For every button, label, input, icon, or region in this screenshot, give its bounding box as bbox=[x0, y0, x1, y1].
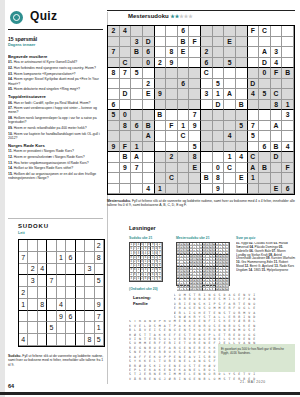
cell bbox=[178, 89, 190, 100]
cell: 1 bbox=[178, 121, 190, 132]
cell: 8 bbox=[189, 152, 201, 163]
cell bbox=[47, 264, 56, 276]
cell bbox=[248, 37, 260, 48]
cell bbox=[236, 26, 248, 37]
cell bbox=[282, 58, 294, 69]
cell bbox=[282, 47, 294, 58]
cell bbox=[85, 311, 94, 323]
cell bbox=[19, 264, 28, 276]
top-rule bbox=[107, 10, 295, 11]
wordsearch-label: (Ordsøket uke 20) bbox=[129, 287, 158, 291]
cell: 9 bbox=[95, 299, 104, 311]
cell bbox=[282, 79, 294, 90]
quiz-question: 02. Hun forbindes med sjangrene roots og… bbox=[8, 66, 104, 70]
cell: 7 bbox=[19, 252, 28, 264]
cell bbox=[166, 100, 178, 111]
cell bbox=[178, 110, 190, 121]
cell: C bbox=[271, 89, 283, 100]
cell: C bbox=[248, 152, 260, 163]
cell bbox=[178, 184, 190, 195]
cell bbox=[108, 79, 120, 90]
cell bbox=[108, 37, 120, 48]
cell: 2 bbox=[166, 152, 178, 163]
cell: 8 bbox=[120, 121, 132, 132]
cell bbox=[66, 264, 75, 276]
sudoku-difficulty: Lett bbox=[18, 231, 25, 235]
cell: 3 bbox=[85, 264, 94, 276]
cell bbox=[213, 47, 225, 58]
answer-number: 06. bbox=[249, 249, 254, 253]
cell: 4 bbox=[57, 299, 66, 311]
cell bbox=[57, 287, 66, 299]
cell bbox=[271, 79, 283, 90]
cell bbox=[201, 184, 213, 195]
cell bbox=[213, 142, 225, 153]
cell: 8 bbox=[213, 173, 225, 184]
question-number: 05. bbox=[8, 87, 14, 91]
cell bbox=[166, 79, 178, 90]
prize-box: Et gavekort på 500 kr hos Norli går til … bbox=[218, 344, 295, 372]
quiz-subtitle: Dagens temaer bbox=[8, 43, 35, 47]
answer-number: 01. bbox=[236, 242, 241, 245]
cell: 4 bbox=[282, 142, 294, 153]
cell bbox=[201, 37, 213, 48]
cell bbox=[248, 100, 260, 111]
cell bbox=[143, 142, 155, 153]
cell bbox=[120, 184, 132, 195]
cell bbox=[271, 26, 283, 37]
cell: D bbox=[248, 79, 260, 90]
cell bbox=[57, 275, 66, 287]
cell: 6 bbox=[259, 142, 271, 153]
cell: C bbox=[120, 58, 132, 69]
cell: 4 bbox=[248, 89, 260, 100]
mestersudoku-heading-label: Mestersudoku bbox=[128, 13, 169, 19]
cell bbox=[143, 110, 155, 121]
cell bbox=[259, 37, 271, 48]
cell bbox=[213, 58, 225, 69]
solution-sudoku-grid: 5346789126721953481983425678597614234268… bbox=[129, 242, 163, 282]
mestersudoku-caption-text: Fyll ut feltene slik at de vannrette og … bbox=[107, 199, 295, 207]
cell bbox=[213, 68, 225, 79]
cell: A bbox=[224, 89, 236, 100]
cell bbox=[213, 131, 225, 142]
cell bbox=[166, 142, 178, 153]
cell bbox=[85, 287, 94, 299]
cell bbox=[178, 58, 190, 69]
cell bbox=[271, 163, 283, 174]
cell: C bbox=[178, 131, 190, 142]
wordsearch-row: VÅRRENGJØRINGENBLOMSTERBED bbox=[129, 377, 296, 381]
cell bbox=[155, 79, 167, 90]
cell bbox=[38, 275, 47, 287]
solution-word: Familie bbox=[133, 301, 174, 306]
cell bbox=[155, 121, 167, 132]
cell: B bbox=[143, 121, 155, 132]
question-number: 01. bbox=[8, 60, 14, 64]
cell bbox=[166, 68, 178, 79]
cell bbox=[248, 47, 260, 58]
quiz-question: 11. Hvem er president i Norges Røde Kors… bbox=[8, 149, 104, 153]
cell: 2 bbox=[95, 240, 104, 252]
cell bbox=[76, 299, 85, 311]
cell: C bbox=[259, 26, 271, 37]
cell bbox=[178, 152, 190, 163]
cell bbox=[131, 79, 143, 90]
cell: 9 bbox=[120, 163, 132, 174]
cell bbox=[201, 131, 213, 142]
cell bbox=[282, 89, 294, 100]
cell: 6 bbox=[66, 311, 75, 323]
cell bbox=[57, 334, 66, 346]
quiz-question: 13. Hva heter ungdomsorganisasjonen til … bbox=[8, 161, 104, 165]
cell bbox=[189, 26, 201, 37]
quiz-question: 04. Hvem synger Sissel Kyrkjebø duett me… bbox=[8, 77, 104, 85]
cell bbox=[224, 142, 236, 153]
cell bbox=[131, 131, 143, 142]
cell: B bbox=[155, 110, 167, 121]
cell: 0 bbox=[120, 110, 132, 121]
cell: E bbox=[178, 47, 190, 58]
cell bbox=[259, 79, 271, 90]
cell bbox=[201, 121, 213, 132]
question-number: 10. bbox=[8, 132, 14, 136]
cell: E bbox=[224, 37, 236, 48]
cell bbox=[166, 89, 178, 100]
cell bbox=[76, 322, 85, 334]
cell bbox=[28, 240, 37, 252]
cell bbox=[155, 173, 167, 184]
cell bbox=[259, 121, 271, 132]
cell: 9 bbox=[189, 121, 201, 132]
cell: 2 bbox=[143, 79, 155, 90]
cell bbox=[236, 47, 248, 58]
cell bbox=[248, 58, 260, 69]
cell: 7 bbox=[189, 110, 201, 121]
cell bbox=[166, 26, 178, 37]
cell bbox=[95, 287, 104, 299]
cell: D bbox=[120, 89, 132, 100]
question-number: 15. bbox=[8, 172, 14, 176]
cell bbox=[19, 322, 28, 334]
cell: 1 bbox=[248, 173, 260, 184]
cell bbox=[143, 163, 155, 174]
cell: 8 bbox=[271, 100, 283, 111]
cell: 0 bbox=[259, 68, 271, 79]
cell: B bbox=[120, 152, 132, 163]
cell bbox=[155, 131, 167, 142]
cell bbox=[213, 37, 225, 48]
cell bbox=[38, 334, 47, 346]
quiz-section-title: Toppidrettsutøvere bbox=[8, 94, 104, 99]
cell bbox=[224, 68, 236, 79]
cell bbox=[108, 152, 120, 163]
cell: 5 bbox=[95, 334, 104, 346]
cell bbox=[224, 26, 236, 37]
cell bbox=[120, 79, 132, 90]
cell bbox=[19, 311, 28, 323]
cell: E bbox=[271, 184, 283, 195]
cell bbox=[38, 322, 47, 334]
quiz-question: 09. Hvem er norsk rekordholder på 400 me… bbox=[8, 126, 104, 130]
cell bbox=[259, 100, 271, 111]
cell: 9 bbox=[155, 89, 167, 100]
cell: B bbox=[236, 100, 248, 111]
cell: 6 bbox=[108, 100, 120, 111]
cell bbox=[178, 68, 190, 79]
cell bbox=[224, 100, 236, 111]
cell bbox=[47, 299, 56, 311]
cell: B bbox=[282, 68, 294, 79]
cell: 2 bbox=[108, 26, 120, 37]
cell bbox=[189, 131, 201, 142]
cell: 5 bbox=[259, 89, 271, 100]
cell bbox=[28, 299, 37, 311]
cell: 5 bbox=[95, 275, 104, 287]
cell bbox=[57, 322, 66, 334]
cell: 0 bbox=[143, 58, 155, 69]
cell: 4 bbox=[143, 184, 155, 195]
cell bbox=[85, 252, 94, 264]
cell: 7 bbox=[120, 68, 132, 79]
cell bbox=[120, 47, 132, 58]
cell bbox=[236, 142, 248, 153]
cell bbox=[120, 173, 132, 184]
cell: 3 bbox=[131, 37, 143, 48]
cell bbox=[131, 26, 143, 37]
quiz-question-count: 15 spørsmål bbox=[8, 36, 37, 42]
cell bbox=[66, 322, 75, 334]
cell bbox=[131, 173, 143, 184]
cell: 2 bbox=[201, 47, 213, 58]
cell: 8 bbox=[95, 252, 104, 264]
cell bbox=[155, 37, 167, 48]
cell bbox=[166, 184, 178, 195]
cell: B bbox=[259, 163, 271, 174]
difficulty-stars: ★★★★★ bbox=[170, 13, 192, 19]
cell bbox=[166, 110, 178, 121]
quiz-question: 07. Hvem vant verdenscupen i hopp sist v… bbox=[8, 106, 104, 114]
cell bbox=[38, 252, 47, 264]
cell bbox=[19, 240, 28, 252]
cell bbox=[213, 26, 225, 37]
cell: 7 bbox=[248, 121, 260, 132]
cell: 4 bbox=[38, 264, 47, 276]
cell: A bbox=[131, 152, 143, 163]
cell: 9 bbox=[108, 142, 120, 153]
cell: 9 bbox=[158, 277, 162, 281]
quiz-question: 05. Hvem debuterte med singelen «Ring me… bbox=[8, 87, 104, 91]
cell bbox=[189, 58, 201, 69]
cell bbox=[76, 334, 85, 346]
cell: 5 bbox=[213, 79, 225, 90]
cell: 6 bbox=[178, 79, 190, 90]
cell: 7 bbox=[95, 311, 104, 323]
cell bbox=[155, 68, 167, 79]
cell bbox=[155, 152, 167, 163]
cell: 1 bbox=[57, 252, 66, 264]
cell bbox=[189, 173, 201, 184]
cell bbox=[66, 287, 75, 299]
star-icon: ★ bbox=[188, 13, 192, 19]
question-number: 11. bbox=[8, 149, 13, 153]
cell bbox=[189, 68, 201, 79]
date-text: 21. MAI 2020 bbox=[240, 380, 266, 384]
cell bbox=[155, 142, 167, 153]
cell: 4 bbox=[271, 58, 283, 69]
cell: D bbox=[271, 152, 283, 163]
cell bbox=[236, 79, 248, 90]
cell: 5 bbox=[131, 68, 143, 79]
cell bbox=[224, 79, 236, 90]
cell bbox=[108, 184, 120, 195]
question-number: 08. bbox=[8, 116, 14, 120]
cell bbox=[259, 152, 271, 163]
cell bbox=[236, 184, 248, 195]
cell: F bbox=[248, 26, 260, 37]
cell: F bbox=[189, 37, 201, 48]
cell: F bbox=[282, 163, 294, 174]
cell bbox=[57, 240, 66, 252]
cell bbox=[178, 163, 190, 174]
cell bbox=[108, 173, 120, 184]
cell bbox=[85, 322, 94, 334]
quiz-question: 01. Hva er artistnavnet til Kyrre Gørvel… bbox=[8, 60, 104, 64]
cell: 5 bbox=[108, 110, 120, 121]
cell bbox=[213, 152, 225, 163]
cell: 1 bbox=[19, 299, 28, 311]
cell bbox=[76, 311, 85, 323]
answer-number: 10. bbox=[236, 260, 241, 264]
cell bbox=[178, 100, 190, 111]
quiz-answers-text: 01. Kygo 02. Claudia Scott 03. Harald Sæ… bbox=[236, 242, 296, 300]
cell bbox=[143, 68, 155, 79]
cell: 1 bbox=[213, 89, 225, 100]
cell bbox=[259, 184, 271, 195]
cell: D bbox=[213, 100, 225, 111]
cell: D bbox=[143, 37, 155, 48]
cell bbox=[95, 264, 104, 276]
cell bbox=[189, 47, 201, 58]
cell: D bbox=[259, 58, 271, 69]
cell bbox=[236, 58, 248, 69]
cell bbox=[224, 110, 236, 121]
cell bbox=[28, 322, 37, 334]
cell: 9 bbox=[57, 311, 66, 323]
cell: 9 bbox=[213, 184, 225, 195]
cell bbox=[248, 142, 260, 153]
cell bbox=[76, 252, 85, 264]
cell bbox=[143, 26, 155, 37]
cell bbox=[282, 152, 294, 163]
answer-number: 14. bbox=[249, 268, 254, 272]
cell bbox=[189, 89, 201, 100]
cell: 6 bbox=[143, 47, 155, 58]
cell bbox=[224, 184, 236, 195]
quiz-target-icon bbox=[10, 11, 23, 24]
solutions-heading: Løsninger bbox=[129, 225, 156, 231]
cell bbox=[259, 173, 271, 184]
cell bbox=[166, 131, 178, 142]
cell: 4 bbox=[19, 334, 28, 346]
quiz-title: Quiz bbox=[30, 9, 57, 23]
cell: A bbox=[271, 121, 283, 132]
cell: 4 bbox=[120, 26, 132, 37]
cell bbox=[201, 152, 213, 163]
question-number: 04. bbox=[8, 77, 14, 81]
newspaper-puzzle-page: Quiz 15 spørsmål Dagens temaer Begavede … bbox=[0, 0, 300, 397]
cell: F bbox=[166, 121, 178, 132]
cell: 5 bbox=[224, 58, 236, 69]
cell bbox=[131, 58, 143, 69]
cell: 5 bbox=[236, 121, 248, 132]
cell: 1 bbox=[131, 142, 143, 153]
cell: A bbox=[259, 47, 271, 58]
cell bbox=[143, 100, 155, 111]
cell bbox=[213, 121, 225, 132]
cell: B bbox=[201, 173, 213, 184]
cell bbox=[131, 110, 143, 121]
cell bbox=[28, 334, 37, 346]
cell: E bbox=[143, 89, 155, 100]
cell bbox=[259, 110, 271, 121]
cell: 7 bbox=[131, 163, 143, 174]
cell: E bbox=[189, 163, 201, 174]
cell: 6 bbox=[201, 58, 213, 69]
page-number: 64 bbox=[8, 383, 14, 389]
cell bbox=[76, 275, 85, 287]
cell bbox=[47, 334, 56, 346]
cell bbox=[120, 37, 132, 48]
quiz-question-list: Begavede musikere01. Hva er artistnavnet… bbox=[8, 51, 104, 217]
cell: 1 bbox=[155, 184, 167, 195]
page-edge-shadow bbox=[0, 0, 5, 397]
cell: 1 bbox=[224, 152, 236, 163]
cell bbox=[66, 275, 75, 287]
cell bbox=[66, 334, 75, 346]
cell: 6 bbox=[131, 121, 143, 132]
cell: 2 bbox=[28, 264, 37, 276]
quiz-section-title: Begavede musikere bbox=[8, 54, 104, 59]
quiz-header-rule bbox=[8, 29, 103, 30]
cell: 6 bbox=[178, 26, 190, 37]
cell bbox=[166, 163, 178, 174]
sudoku-grid: 271682433752184996751485 bbox=[18, 239, 105, 347]
cell bbox=[47, 287, 56, 299]
quiz-question: 03. Hvem komponerte «Kjempeviseslåtten»? bbox=[8, 72, 104, 76]
cell: 2 bbox=[155, 58, 167, 69]
cell bbox=[248, 68, 260, 79]
cell bbox=[166, 37, 178, 48]
solution-mestersudoku-label: Mestersudoku uke 21 bbox=[176, 236, 210, 240]
cell: 6 bbox=[66, 252, 75, 264]
answer-number: 15. bbox=[261, 268, 266, 272]
cell bbox=[66, 240, 75, 252]
answer-number: 13. bbox=[274, 264, 279, 268]
cell: 0 bbox=[213, 163, 225, 174]
cell: C bbox=[166, 173, 178, 184]
quiz-question: 06. Han er født i Cardiff, spiller på Re… bbox=[8, 101, 104, 105]
cell bbox=[143, 152, 155, 163]
mestersudoku-grid: 246FC3DBFE7B68E2A3C02965D4875C0FB265DDE9… bbox=[107, 25, 295, 195]
cell bbox=[76, 240, 85, 252]
cell bbox=[155, 163, 167, 174]
sudoku-caption-text: Fyll ut feltene slik at de vannrette og … bbox=[8, 354, 103, 367]
cell: F bbox=[271, 68, 283, 79]
cell: 3 bbox=[28, 275, 37, 287]
question-number: 12. bbox=[8, 155, 14, 159]
cell bbox=[224, 173, 236, 184]
